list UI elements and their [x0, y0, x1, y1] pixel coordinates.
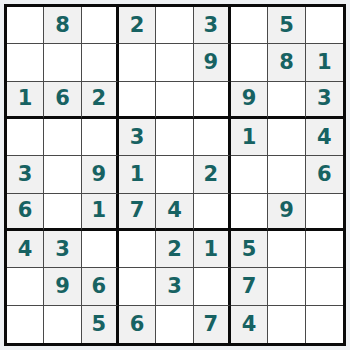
- cell-r2c9[interactable]: 1: [306, 44, 343, 81]
- cell-r8c9[interactable]: [306, 268, 343, 305]
- cell-r9c4[interactable]: 6: [119, 306, 156, 343]
- cell-r5c5[interactable]: [156, 156, 193, 193]
- cell-r2c7[interactable]: [231, 44, 268, 81]
- cell-r3c3[interactable]: 2: [82, 82, 119, 119]
- cell-r9c9[interactable]: [306, 306, 343, 343]
- cell-r3c7[interactable]: 9: [231, 82, 268, 119]
- cell-r3c1[interactable]: 1: [7, 82, 44, 119]
- cell-r2c5[interactable]: [156, 44, 193, 81]
- cell-r6c3[interactable]: 1: [82, 194, 119, 231]
- cell-r6c2[interactable]: [44, 194, 81, 231]
- cell-r9c8[interactable]: [268, 306, 305, 343]
- cell-r6c8[interactable]: 9: [268, 194, 305, 231]
- cell-r5c8[interactable]: [268, 156, 305, 193]
- cell-r2c3[interactable]: [82, 44, 119, 81]
- cell-r5c9[interactable]: 6: [306, 156, 343, 193]
- cell-r8c1[interactable]: [7, 268, 44, 305]
- cell-r5c6[interactable]: 2: [194, 156, 231, 193]
- cell-r5c1[interactable]: 3: [7, 156, 44, 193]
- cell-r7c5[interactable]: 2: [156, 231, 193, 268]
- cell-r2c4[interactable]: [119, 44, 156, 81]
- cell-r8c5[interactable]: 3: [156, 268, 193, 305]
- cell-r6c7[interactable]: [231, 194, 268, 231]
- cell-r7c1[interactable]: 4: [7, 231, 44, 268]
- cell-r7c6[interactable]: 1: [194, 231, 231, 268]
- cell-r1c2[interactable]: 8: [44, 7, 81, 44]
- cell-r6c1[interactable]: 6: [7, 194, 44, 231]
- cell-r3c2[interactable]: 6: [44, 82, 81, 119]
- cell-r1c4[interactable]: 2: [119, 7, 156, 44]
- cell-r9c2[interactable]: [44, 306, 81, 343]
- cell-r5c3[interactable]: 9: [82, 156, 119, 193]
- cell-r1c5[interactable]: [156, 7, 193, 44]
- cell-r4c8[interactable]: [268, 119, 305, 156]
- cell-r3c8[interactable]: [268, 82, 305, 119]
- cell-r7c7[interactable]: 5: [231, 231, 268, 268]
- cell-r9c1[interactable]: [7, 306, 44, 343]
- cell-r4c1[interactable]: [7, 119, 44, 156]
- cell-r1c9[interactable]: [306, 7, 343, 44]
- cell-r9c3[interactable]: 5: [82, 306, 119, 343]
- cell-r3c5[interactable]: [156, 82, 193, 119]
- cell-r1c6[interactable]: 3: [194, 7, 231, 44]
- cell-r2c8[interactable]: 8: [268, 44, 305, 81]
- cell-r5c4[interactable]: 1: [119, 156, 156, 193]
- cell-r7c9[interactable]: [306, 231, 343, 268]
- cell-r1c8[interactable]: 5: [268, 7, 305, 44]
- cell-r3c6[interactable]: [194, 82, 231, 119]
- cell-r6c6[interactable]: [194, 194, 231, 231]
- cell-r6c4[interactable]: 7: [119, 194, 156, 231]
- cell-r3c9[interactable]: 3: [306, 82, 343, 119]
- cell-r4c5[interactable]: [156, 119, 193, 156]
- cell-r8c3[interactable]: 6: [82, 268, 119, 305]
- cell-r7c4[interactable]: [119, 231, 156, 268]
- cell-r6c5[interactable]: 4: [156, 194, 193, 231]
- cell-r9c5[interactable]: [156, 306, 193, 343]
- cell-r7c8[interactable]: [268, 231, 305, 268]
- cell-r2c2[interactable]: [44, 44, 81, 81]
- cell-r9c6[interactable]: 7: [194, 306, 231, 343]
- cell-r5c2[interactable]: [44, 156, 81, 193]
- cell-r2c1[interactable]: [7, 44, 44, 81]
- cell-r4c2[interactable]: [44, 119, 81, 156]
- cell-r8c4[interactable]: [119, 268, 156, 305]
- cell-r7c2[interactable]: 3: [44, 231, 81, 268]
- cell-r8c6[interactable]: [194, 268, 231, 305]
- cell-r9c7[interactable]: 4: [231, 306, 268, 343]
- cell-r5c7[interactable]: [231, 156, 268, 193]
- cell-r8c8[interactable]: [268, 268, 305, 305]
- cell-r7c3[interactable]: [82, 231, 119, 268]
- page-background: 82359811629331439126617494321596375674: [0, 0, 350, 350]
- cell-r4c4[interactable]: 3: [119, 119, 156, 156]
- cell-r1c3[interactable]: [82, 7, 119, 44]
- sudoku-board: 82359811629331439126617494321596375674: [4, 4, 346, 346]
- cell-r3c4[interactable]: [119, 82, 156, 119]
- cell-r8c7[interactable]: 7: [231, 268, 268, 305]
- cell-r6c9[interactable]: [306, 194, 343, 231]
- cell-r4c3[interactable]: [82, 119, 119, 156]
- cell-r1c1[interactable]: [7, 7, 44, 44]
- cell-r4c6[interactable]: [194, 119, 231, 156]
- cell-r4c9[interactable]: 4: [306, 119, 343, 156]
- cell-r1c7[interactable]: [231, 7, 268, 44]
- cell-r2c6[interactable]: 9: [194, 44, 231, 81]
- cell-r8c2[interactable]: 9: [44, 268, 81, 305]
- cell-r4c7[interactable]: 1: [231, 119, 268, 156]
